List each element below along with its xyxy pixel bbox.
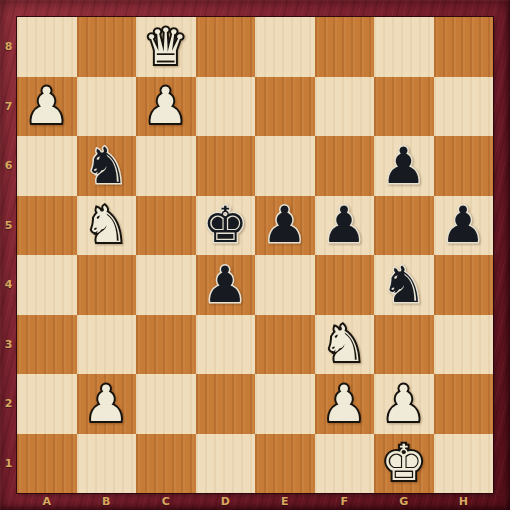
piece-black-pawn[interactable]: ♟♟ <box>255 196 315 256</box>
square-e1[interactable] <box>255 434 315 494</box>
square-e7[interactable] <box>255 77 315 137</box>
piece-fill-layer: ♟ <box>315 374 375 434</box>
square-d1[interactable] <box>196 434 256 494</box>
square-d8[interactable] <box>196 17 256 77</box>
square-c3[interactable] <box>136 315 196 375</box>
square-d2[interactable] <box>196 374 256 434</box>
board-frame: ♛♛♟♟♟♟♞♞♟♟♞♞♚♚♟♟♟♟♟♟♟♟♞♞♞♞♟♟♟♟♟♟♚♚ 87654… <box>0 0 510 510</box>
piece-white-pawn[interactable]: ♟♟ <box>17 77 77 137</box>
square-g2[interactable]: ♟♟ <box>374 374 434 434</box>
square-f3[interactable]: ♞♞ <box>315 315 375 375</box>
piece-fill-layer: ♟ <box>315 196 375 256</box>
file-label-f: F <box>315 493 375 510</box>
file-label-a: A <box>17 493 77 510</box>
square-g4[interactable]: ♞♞ <box>374 255 434 315</box>
piece-fill-layer: ♟ <box>374 136 434 196</box>
square-g6[interactable]: ♟♟ <box>374 136 434 196</box>
piece-fill-layer: ♟ <box>17 77 77 137</box>
square-f4[interactable] <box>315 255 375 315</box>
rank-labels: 87654321 <box>0 17 17 493</box>
square-c1[interactable] <box>136 434 196 494</box>
piece-white-pawn[interactable]: ♟♟ <box>315 374 375 434</box>
rank-label-4: 4 <box>0 255 17 315</box>
piece-white-queen[interactable]: ♛♛ <box>136 17 196 77</box>
piece-fill-layer: ♟ <box>374 374 434 434</box>
square-e8[interactable] <box>255 17 315 77</box>
square-a1[interactable] <box>17 434 77 494</box>
square-c2[interactable] <box>136 374 196 434</box>
square-f5[interactable]: ♟♟ <box>315 196 375 256</box>
square-b5[interactable]: ♞♞ <box>77 196 137 256</box>
square-d7[interactable] <box>196 77 256 137</box>
square-a8[interactable] <box>17 17 77 77</box>
file-label-h: H <box>434 493 494 510</box>
piece-black-pawn[interactable]: ♟♟ <box>374 136 434 196</box>
square-a5[interactable] <box>17 196 77 256</box>
piece-black-knight[interactable]: ♞♞ <box>77 136 137 196</box>
square-b7[interactable] <box>77 77 137 137</box>
piece-fill-layer: ♞ <box>315 315 375 375</box>
square-h4[interactable] <box>434 255 494 315</box>
piece-fill-layer: ♛ <box>136 17 196 77</box>
square-f6[interactable] <box>315 136 375 196</box>
square-b8[interactable] <box>77 17 137 77</box>
file-label-c: C <box>136 493 196 510</box>
square-c7[interactable]: ♟♟ <box>136 77 196 137</box>
file-label-e: E <box>255 493 315 510</box>
piece-fill-layer: ♚ <box>196 196 256 256</box>
piece-white-king[interactable]: ♚♚ <box>374 434 434 494</box>
piece-black-pawn[interactable]: ♟♟ <box>434 196 494 256</box>
square-b6[interactable]: ♞♞ <box>77 136 137 196</box>
rank-label-7: 7 <box>0 77 17 137</box>
square-g3[interactable] <box>374 315 434 375</box>
piece-black-knight[interactable]: ♞♞ <box>374 255 434 315</box>
square-d3[interactable] <box>196 315 256 375</box>
square-h1[interactable] <box>434 434 494 494</box>
piece-white-knight[interactable]: ♞♞ <box>315 315 375 375</box>
square-e3[interactable] <box>255 315 315 375</box>
rank-label-1: 1 <box>0 434 17 494</box>
square-d4[interactable]: ♟♟ <box>196 255 256 315</box>
piece-black-pawn[interactable]: ♟♟ <box>196 255 256 315</box>
square-e6[interactable] <box>255 136 315 196</box>
square-c6[interactable] <box>136 136 196 196</box>
piece-black-king[interactable]: ♚♚ <box>196 196 256 256</box>
file-label-g: G <box>374 493 434 510</box>
file-label-b: B <box>77 493 137 510</box>
file-labels: ABCDEFGH <box>17 493 493 510</box>
piece-fill-layer: ♟ <box>196 255 256 315</box>
piece-fill-layer: ♞ <box>77 196 137 256</box>
square-b3[interactable] <box>77 315 137 375</box>
square-f1[interactable] <box>315 434 375 494</box>
square-b4[interactable] <box>77 255 137 315</box>
square-a6[interactable] <box>17 136 77 196</box>
piece-white-pawn[interactable]: ♟♟ <box>77 374 137 434</box>
square-d6[interactable] <box>196 136 256 196</box>
piece-white-pawn[interactable]: ♟♟ <box>374 374 434 434</box>
rank-label-6: 6 <box>0 136 17 196</box>
piece-fill-layer: ♞ <box>374 255 434 315</box>
file-label-d: D <box>196 493 256 510</box>
square-f7[interactable] <box>315 77 375 137</box>
square-g7[interactable] <box>374 77 434 137</box>
square-d5[interactable]: ♚♚ <box>196 196 256 256</box>
square-a4[interactable] <box>17 255 77 315</box>
square-e4[interactable] <box>255 255 315 315</box>
chess-board: ♛♛♟♟♟♟♞♞♟♟♞♞♚♚♟♟♟♟♟♟♟♟♞♞♞♞♟♟♟♟♟♟♚♚ <box>17 17 493 493</box>
square-h7[interactable] <box>434 77 494 137</box>
piece-fill-layer: ♟ <box>255 196 315 256</box>
square-c8[interactable]: ♛♛ <box>136 17 196 77</box>
rank-label-3: 3 <box>0 315 17 375</box>
square-h6[interactable] <box>434 136 494 196</box>
rank-label-8: 8 <box>0 17 17 77</box>
square-e2[interactable] <box>255 374 315 434</box>
square-a2[interactable] <box>17 374 77 434</box>
square-a3[interactable] <box>17 315 77 375</box>
square-h8[interactable] <box>434 17 494 77</box>
square-a7[interactable]: ♟♟ <box>17 77 77 137</box>
square-c4[interactable] <box>136 255 196 315</box>
piece-fill-layer: ♟ <box>136 77 196 137</box>
square-h3[interactable] <box>434 315 494 375</box>
piece-black-pawn[interactable]: ♟♟ <box>315 196 375 256</box>
piece-white-pawn[interactable]: ♟♟ <box>136 77 196 137</box>
rank-label-2: 2 <box>0 374 17 434</box>
square-h2[interactable] <box>434 374 494 434</box>
square-e5[interactable]: ♟♟ <box>255 196 315 256</box>
piece-fill-layer: ♚ <box>374 434 434 494</box>
piece-white-knight[interactable]: ♞♞ <box>77 196 137 256</box>
rank-label-5: 5 <box>0 196 17 256</box>
square-g1[interactable]: ♚♚ <box>374 434 434 494</box>
square-h5[interactable]: ♟♟ <box>434 196 494 256</box>
square-b1[interactable] <box>77 434 137 494</box>
piece-fill-layer: ♞ <box>77 136 137 196</box>
square-c5[interactable] <box>136 196 196 256</box>
square-g5[interactable] <box>374 196 434 256</box>
square-b2[interactable]: ♟♟ <box>77 374 137 434</box>
piece-fill-layer: ♟ <box>434 196 494 256</box>
square-f2[interactable]: ♟♟ <box>315 374 375 434</box>
piece-fill-layer: ♟ <box>77 374 137 434</box>
square-f8[interactable] <box>315 17 375 77</box>
square-g8[interactable] <box>374 17 434 77</box>
